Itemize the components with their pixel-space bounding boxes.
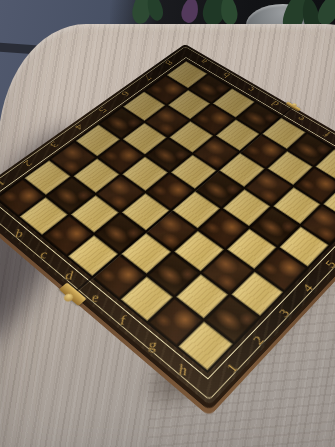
rank-label-5: 5 [87, 99, 119, 121]
photo-stage: abcdefgh abcdefgh 87654321 87654321 [0, 0, 335, 447]
